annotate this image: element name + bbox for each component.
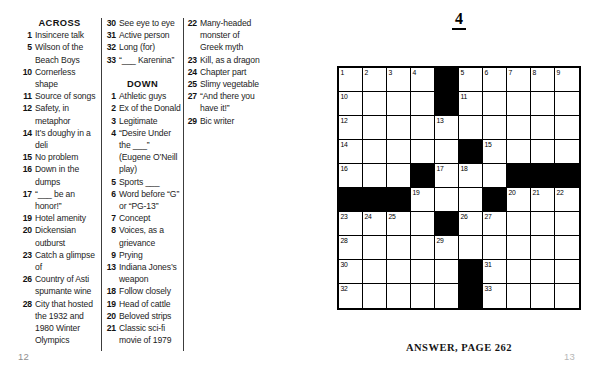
grid-cell[interactable]: 18 xyxy=(459,164,483,188)
grid-cell[interactable] xyxy=(531,236,555,260)
cell-number: 1 xyxy=(341,69,344,77)
grid-cell[interactable] xyxy=(507,260,531,284)
grid-cell[interactable] xyxy=(411,284,435,308)
clue-across-12: 12Safety, in metaphor xyxy=(20,102,99,126)
clue-number: 17 xyxy=(20,188,35,212)
cell-number: 23 xyxy=(341,213,348,221)
clue-text: City that hosted the 1932 and 1980 Winte… xyxy=(35,298,99,347)
clue-number: 26 xyxy=(20,273,35,297)
grid-cell[interactable] xyxy=(435,260,459,284)
clue-text: Slimy vegetable xyxy=(200,78,266,90)
cell-number: 8 xyxy=(533,69,536,77)
clue-down-22: 22Many-headed monster of Greek myth xyxy=(185,17,266,54)
clue-text: Country of Asti spumante wine xyxy=(35,273,99,297)
grid-cell[interactable]: 21 xyxy=(531,188,555,212)
clue-down-3: 3Legitimate xyxy=(104,115,181,127)
grid-cell[interactable] xyxy=(411,140,435,164)
grid-cell[interactable]: 15 xyxy=(483,140,507,164)
cell-number: 15 xyxy=(485,141,492,149)
clue-across-26: 26Country of Asti spumante wine xyxy=(20,273,99,297)
grid-cell[interactable] xyxy=(555,236,579,260)
clue-across-23: 23Catch a glimpse of xyxy=(20,249,99,273)
cell-number: 28 xyxy=(341,237,348,245)
clue-text: Bic writer xyxy=(200,115,266,127)
black-cell xyxy=(363,188,387,212)
clue-down-19: 19Head of cattle xyxy=(104,298,181,310)
grid-cell[interactable] xyxy=(435,188,459,212)
clue-number: 28 xyxy=(20,298,35,347)
cell-number: 7 xyxy=(509,69,512,77)
clue-number: 15 xyxy=(20,151,35,163)
clue-number: 13 xyxy=(104,261,119,285)
clue-text: “___ be an honor!” xyxy=(35,188,99,212)
clue-down-6: 6Word before “G” or “PG-13” xyxy=(104,188,181,212)
clue-text: Chapter part xyxy=(200,66,266,78)
clue-text: Safety, in metaphor xyxy=(35,102,99,126)
black-cell xyxy=(387,188,411,212)
clue-number: 16 xyxy=(20,163,35,187)
cell-number: 4 xyxy=(413,69,416,77)
grid-cell[interactable] xyxy=(507,116,531,140)
cell-number: 27 xyxy=(485,213,492,221)
clue-number: 12 xyxy=(20,102,35,126)
grid-cell[interactable]: 20 xyxy=(507,188,531,212)
answer-reference: ANSWER, PAGE 262 xyxy=(337,342,581,353)
grid-cell[interactable]: 8 xyxy=(531,68,555,92)
clue-text: “___ Karenina” xyxy=(119,54,181,66)
clue-across-20: 20Dickensian outburst xyxy=(20,224,99,248)
cell-number: 14 xyxy=(341,141,348,149)
grid-cell[interactable] xyxy=(555,116,579,140)
clue-number: 19 xyxy=(20,212,35,224)
grid-cell[interactable] xyxy=(363,116,387,140)
clue-column-3: 22Many-headed monster of Greek myth23Kil… xyxy=(185,17,266,127)
grid-cell[interactable] xyxy=(411,116,435,140)
clue-number: 29 xyxy=(185,115,200,127)
clue-text: Follow closely xyxy=(119,285,181,297)
black-cell xyxy=(435,68,459,92)
clue-across-31: 31Active person xyxy=(104,29,181,41)
cell-number: 25 xyxy=(389,213,396,221)
grid-cell[interactable] xyxy=(387,284,411,308)
grid-cell[interactable]: 5 xyxy=(459,68,483,92)
grid-cell[interactable] xyxy=(507,92,531,116)
grid-cell[interactable]: 1 xyxy=(339,68,363,92)
grid-cell[interactable] xyxy=(363,236,387,260)
black-cell xyxy=(459,284,483,308)
clue-text: Cornerless shape xyxy=(35,66,99,90)
grid-cell[interactable]: 4 xyxy=(411,68,435,92)
grid-cell[interactable] xyxy=(387,260,411,284)
clue-across-16: 16Down in the dumps xyxy=(20,163,99,187)
clue-number: 18 xyxy=(104,285,119,297)
grid-cell[interactable] xyxy=(363,284,387,308)
clue-number: 3 xyxy=(104,115,119,127)
clue-number: 5 xyxy=(20,41,35,65)
black-cell xyxy=(555,164,579,188)
clue-number: 2 xyxy=(104,102,119,114)
clue-text: Prying xyxy=(119,249,181,261)
clue-down-24: 24Chapter part xyxy=(185,66,266,78)
clue-number: 23 xyxy=(20,249,35,273)
cell-number: 26 xyxy=(461,213,468,221)
clue-across-5: 5Wilson of the Beach Boys xyxy=(20,41,99,65)
clue-number: 9 xyxy=(104,249,119,261)
clue-text: “And there you have it!” xyxy=(200,90,266,114)
cell-number: 24 xyxy=(365,213,372,221)
black-cell xyxy=(483,188,507,212)
cell-number: 16 xyxy=(341,165,348,173)
grid-cell[interactable] xyxy=(507,236,531,260)
grid-cell[interactable] xyxy=(387,236,411,260)
grid-cell[interactable] xyxy=(531,116,555,140)
clue-column-1: ACROSS1Insincere talk5Wilson of the Beac… xyxy=(20,17,99,346)
grid-cell[interactable]: 7 xyxy=(507,68,531,92)
clue-down-4: 4“Desire Under the ___” (Eugene O’Neill … xyxy=(104,127,181,176)
clue-down-5: 5Sports ___ xyxy=(104,176,181,188)
cell-number: 10 xyxy=(341,93,348,101)
grid-cell[interactable] xyxy=(387,140,411,164)
clue-down-29: 29Bic writer xyxy=(185,115,266,127)
clue-down-18: 18Follow closely xyxy=(104,285,181,297)
clue-down-8: 8Voices, as a grievance xyxy=(104,224,181,248)
clue-text: Many-headed monster of Greek myth xyxy=(200,17,266,54)
grid-cell[interactable]: 19 xyxy=(411,188,435,212)
grid-cell[interactable]: 3 xyxy=(387,68,411,92)
grid-cell[interactable] xyxy=(363,164,387,188)
grid-cell[interactable] xyxy=(459,236,483,260)
grid-cell[interactable] xyxy=(555,260,579,284)
clue-number: 32 xyxy=(104,41,119,53)
clue-across-30: 30See eye to eye xyxy=(104,17,181,29)
grid-cell[interactable]: 22 xyxy=(555,188,579,212)
grid-cell[interactable]: 33 xyxy=(483,284,507,308)
clue-down-9: 9Prying xyxy=(104,249,181,261)
grid-cell[interactable] xyxy=(483,116,507,140)
grid-cell[interactable] xyxy=(363,92,387,116)
grid-cell[interactable] xyxy=(411,92,435,116)
grid-cell[interactable] xyxy=(531,284,555,308)
clue-number: 1 xyxy=(20,29,35,41)
clue-across-28: 28City that hosted the 1932 and 1980 Win… xyxy=(20,298,99,347)
grid-cell[interactable] xyxy=(363,260,387,284)
grid-cell[interactable]: 24 xyxy=(363,212,387,236)
grid-cell[interactable]: 31 xyxy=(483,260,507,284)
clue-across-10: 10Cornerless shape xyxy=(20,66,99,90)
grid-cell[interactable]: 13 xyxy=(435,116,459,140)
page-number-right: 13 xyxy=(564,351,575,362)
clue-down-2: 2Ex of the Donald xyxy=(104,102,181,114)
clue-text: Classic sci-fi movie of 1979 xyxy=(119,322,181,346)
clue-down-21: 21Classic sci-fi movie of 1979 xyxy=(104,322,181,346)
clue-across-11: 11Source of songs xyxy=(20,90,99,102)
grid-cell[interactable]: 17 xyxy=(435,164,459,188)
clue-text: Active person xyxy=(119,29,181,41)
clue-number: 22 xyxy=(185,17,200,54)
clue-text: Wilson of the Beach Boys xyxy=(35,41,99,65)
clue-list-header-across: ACROSS xyxy=(20,17,99,29)
clue-number: 8 xyxy=(104,224,119,248)
grid-cell[interactable]: 12 xyxy=(339,116,363,140)
cell-number: 13 xyxy=(437,117,444,125)
clue-across-17: 17“___ be an honor!” xyxy=(20,188,99,212)
cell-number: 20 xyxy=(509,189,516,197)
clue-text: “Desire Under the ___” (Eugene O’Neill p… xyxy=(119,127,181,176)
clue-down-27: 27“And there you have it!” xyxy=(185,90,266,114)
clue-number: 19 xyxy=(104,298,119,310)
column-divider-2 xyxy=(183,18,184,351)
grid-cell[interactable] xyxy=(531,260,555,284)
clue-down-25: 25Slimy vegetable xyxy=(185,78,266,90)
grid-cell[interactable] xyxy=(507,284,531,308)
grid-cell[interactable] xyxy=(507,140,531,164)
clue-number: 14 xyxy=(20,127,35,151)
grid-cell[interactable] xyxy=(459,116,483,140)
clue-text: No problem xyxy=(35,151,99,163)
clue-across-15: 15No problem xyxy=(20,151,99,163)
clue-across-32: 32Long (for) xyxy=(104,41,181,53)
grid-cell[interactable] xyxy=(387,116,411,140)
grid-cell[interactable] xyxy=(531,140,555,164)
black-cell xyxy=(435,92,459,116)
grid-cell[interactable] xyxy=(531,212,555,236)
clue-list-header-down: DOWN xyxy=(104,78,181,90)
clue-text: See eye to eye xyxy=(119,17,181,29)
grid-cell[interactable]: 29 xyxy=(435,236,459,260)
grid-cell[interactable] xyxy=(531,92,555,116)
cell-number: 33 xyxy=(485,285,492,293)
grid-cell[interactable] xyxy=(555,140,579,164)
clue-text: Ex of the Donald xyxy=(119,102,181,114)
clue-across-14: 14It’s doughy in a deli xyxy=(20,127,99,151)
column-divider-1 xyxy=(101,18,102,351)
clue-down-23: 23Kill, as a dragon xyxy=(185,54,266,66)
clue-text: Voices, as a grievance xyxy=(119,224,181,248)
grid-cell[interactable] xyxy=(459,188,483,212)
clue-number: 24 xyxy=(185,66,200,78)
clue-number: 30 xyxy=(104,17,119,29)
grid-cell[interactable] xyxy=(435,284,459,308)
clue-text: Indiana Jones’s weapon xyxy=(119,261,181,285)
grid-cell[interactable]: 27 xyxy=(483,212,507,236)
clue-text: Kill, as a dragon xyxy=(200,54,266,66)
clue-down-7: 7Concept xyxy=(104,212,181,224)
grid-cell[interactable] xyxy=(483,92,507,116)
clue-number: 10 xyxy=(20,66,35,90)
cell-number: 2 xyxy=(365,69,368,77)
cell-number: 12 xyxy=(341,117,348,125)
cell-number: 17 xyxy=(437,165,444,173)
clue-number: 20 xyxy=(20,224,35,248)
clue-number: 6 xyxy=(104,188,119,212)
black-cell xyxy=(507,164,531,188)
grid-cell[interactable]: 10 xyxy=(339,92,363,116)
grid-cell[interactable] xyxy=(555,92,579,116)
grid-cell[interactable] xyxy=(411,260,435,284)
clue-text: Sports ___ xyxy=(119,176,181,188)
grid-cell[interactable]: 28 xyxy=(339,236,363,260)
grid-cell[interactable]: 9 xyxy=(555,68,579,92)
grid-cell[interactable] xyxy=(483,236,507,260)
clue-text: Catch a glimpse of xyxy=(35,249,99,273)
clue-across-33: 33“___ Karenina” xyxy=(104,54,181,66)
grid-cell[interactable]: 6 xyxy=(483,68,507,92)
clue-text: Beloved strips xyxy=(119,310,181,322)
clue-number: 7 xyxy=(104,212,119,224)
grid-cell[interactable]: 14 xyxy=(339,140,363,164)
cell-number: 6 xyxy=(485,69,488,77)
black-cell xyxy=(435,212,459,236)
puzzle-number: 4 xyxy=(337,10,581,30)
cell-number: 31 xyxy=(485,261,492,269)
clue-text: Athletic guys xyxy=(119,90,181,102)
clue-number: 23 xyxy=(185,54,200,66)
grid-cell[interactable]: 11 xyxy=(459,92,483,116)
clue-down-20: 20Beloved strips xyxy=(104,310,181,322)
grid-cell[interactable] xyxy=(387,164,411,188)
grid-cell[interactable] xyxy=(363,140,387,164)
cell-number: 19 xyxy=(413,189,420,197)
clue-text: Legitimate xyxy=(119,115,181,127)
grid-cell[interactable] xyxy=(507,212,531,236)
black-cell xyxy=(411,164,435,188)
clue-across-19: 19Hotel amenity xyxy=(20,212,99,224)
grid-cell[interactable] xyxy=(555,212,579,236)
cell-number: 18 xyxy=(461,165,468,173)
clue-column-2: 30See eye to eye31Active person32Long (f… xyxy=(104,17,181,346)
clue-text: It’s doughy in a deli xyxy=(35,127,99,151)
grid-cell[interactable] xyxy=(411,212,435,236)
grid-cell[interactable] xyxy=(387,92,411,116)
grid-cell[interactable]: 2 xyxy=(363,68,387,92)
cell-number: 3 xyxy=(389,69,392,77)
black-cell xyxy=(459,140,483,164)
clue-number: 25 xyxy=(185,78,200,90)
grid-cell[interactable] xyxy=(555,284,579,308)
clue-text: Down in the dumps xyxy=(35,163,99,187)
grid-cell[interactable] xyxy=(435,140,459,164)
grid-cell[interactable]: 16 xyxy=(339,164,363,188)
cell-number: 5 xyxy=(461,69,464,77)
cell-number: 30 xyxy=(341,261,348,269)
grid-cell[interactable] xyxy=(483,164,507,188)
spacer xyxy=(104,66,181,78)
clue-number: 20 xyxy=(104,310,119,322)
clue-text: Concept xyxy=(119,212,181,224)
clue-text: Head of cattle xyxy=(119,298,181,310)
book-spread: ACROSS1Insincere talk5Wilson of the Beac… xyxy=(0,0,600,375)
black-cell xyxy=(339,188,363,212)
clue-number: 1 xyxy=(104,90,119,102)
clue-number: 5 xyxy=(104,176,119,188)
cell-number: 29 xyxy=(437,237,444,245)
cell-number: 32 xyxy=(341,285,348,293)
clue-number: 11 xyxy=(20,90,35,102)
clue-number: 21 xyxy=(104,322,119,346)
clue-text: Source of songs xyxy=(35,90,99,102)
clue-text: Dickensian outburst xyxy=(35,224,99,248)
clue-number: 4 xyxy=(104,127,119,176)
clue-down-13: 13Indiana Jones’s weapon xyxy=(104,261,181,285)
grid-cell[interactable]: 23 xyxy=(339,212,363,236)
grid-cell[interactable]: 30 xyxy=(339,260,363,284)
clue-text: Long (for) xyxy=(119,41,181,53)
grid-cell[interactable]: 26 xyxy=(459,212,483,236)
crossword-grid: 1234567891011121314151617181920212223242… xyxy=(337,66,581,310)
clue-text: Hotel amenity xyxy=(35,212,99,224)
cell-number: 22 xyxy=(557,189,564,197)
clue-number: 33 xyxy=(104,54,119,66)
black-cell xyxy=(459,260,483,284)
clue-down-1: 1Athletic guys xyxy=(104,90,181,102)
clue-text: Word before “G” or “PG-13” xyxy=(119,188,181,212)
cell-number: 9 xyxy=(557,69,560,77)
black-cell xyxy=(531,164,555,188)
grid-cell[interactable]: 25 xyxy=(387,212,411,236)
clue-text: Insincere talk xyxy=(35,29,99,41)
grid-cell[interactable] xyxy=(411,236,435,260)
clue-across-1: 1Insincere talk xyxy=(20,29,99,41)
clue-number: 27 xyxy=(185,90,200,114)
grid-cell[interactable]: 32 xyxy=(339,284,363,308)
clue-number: 31 xyxy=(104,29,119,41)
page-number-left: 12 xyxy=(18,351,29,362)
cell-number: 21 xyxy=(533,189,540,197)
cell-number: 11 xyxy=(461,93,467,101)
